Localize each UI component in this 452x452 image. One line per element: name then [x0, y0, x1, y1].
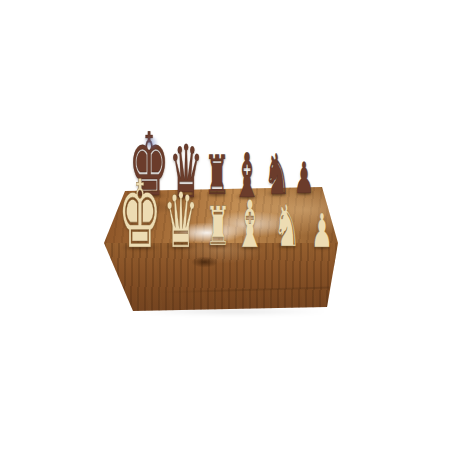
light-pawn-piece: ♟ [311, 207, 333, 254]
light-rook-piece: ♜ [205, 200, 230, 254]
chess-pieces: ♚♛♜♝♞♟♚♛♜♝♞♟ [0, 0, 452, 452]
light-knight-piece: ♞ [273, 197, 300, 255]
chess-set-photo: ♚♛♜♝♞♟♚♛♜♝♞♟ [0, 0, 452, 452]
light-bishop-piece: ♝ [235, 192, 265, 257]
light-king-piece: ♚ [118, 168, 162, 262]
king-crown-blue-reflection [143, 136, 159, 150]
light-queen-piece: ♛ [163, 183, 198, 259]
